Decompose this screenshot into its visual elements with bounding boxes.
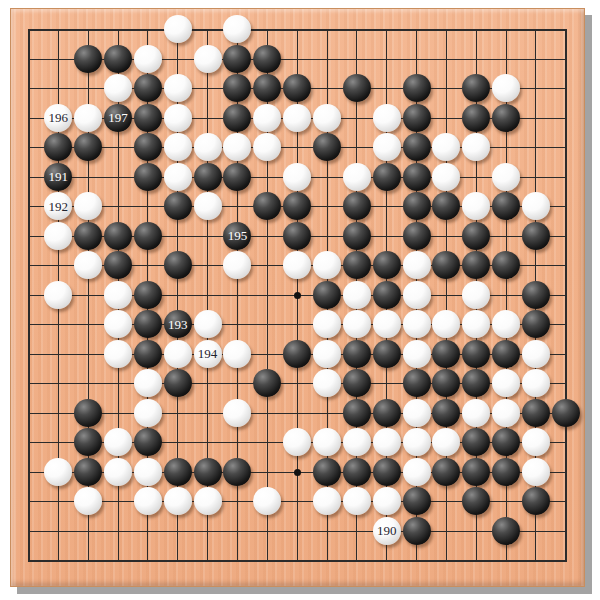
stone-black[interactable] [223,104,251,132]
stone-white[interactable] [373,428,401,456]
stone-black[interactable] [432,369,460,397]
stone-white[interactable] [194,310,222,338]
stone-black[interactable] [432,251,460,279]
stone-white[interactable] [134,369,162,397]
stone-white[interactable] [432,163,460,191]
grid-line-vertical [565,29,567,562]
stone-white[interactable] [44,222,72,250]
star-point [294,469,301,476]
stone-white[interactable] [313,428,341,456]
go-board[interactable]: 196197191192195193194190 [0,0,600,600]
stone-black[interactable] [492,192,520,220]
stone-black[interactable] [522,222,550,250]
stone-white[interactable] [313,340,341,368]
stone-white[interactable] [313,251,341,279]
stone-black[interactable] [283,222,311,250]
stone-black[interactable] [403,517,431,545]
stone-black[interactable] [134,104,162,132]
star-point [294,292,301,299]
stone-black[interactable] [522,310,550,338]
stone-black[interactable] [283,74,311,102]
stone-black[interactable] [343,340,371,368]
stone-white[interactable] [74,251,102,279]
stone-white[interactable] [343,487,371,515]
stone-black[interactable] [373,163,401,191]
stone-black[interactable] [134,163,162,191]
move-number-label: 193 [168,318,188,331]
stone-black[interactable] [253,74,281,102]
stone-black[interactable] [522,281,550,309]
stone-black[interactable] [492,251,520,279]
stone-white[interactable] [492,399,520,427]
stone-black[interactable] [283,192,311,220]
page-background: 196197191192195193194190 [0,0,600,600]
stone-white-move-196[interactable]: 196 [44,104,72,132]
move-number-label: 196 [49,111,69,124]
stone-white[interactable] [313,369,341,397]
stone-black[interactable] [343,458,371,486]
stone-white[interactable] [104,74,132,102]
stone-white[interactable] [44,281,72,309]
stone-white[interactable] [522,369,550,397]
stone-white[interactable] [343,281,371,309]
stone-black[interactable] [403,192,431,220]
stone-black[interactable] [432,192,460,220]
stone-black[interactable] [44,133,72,161]
stone-white[interactable] [343,163,371,191]
stone-white[interactable] [74,192,102,220]
stone-black[interactable] [373,251,401,279]
stone-white[interactable] [432,133,460,161]
stone-white[interactable] [164,74,192,102]
stone-black[interactable] [462,458,490,486]
stone-white[interactable] [283,104,311,132]
stone-black[interactable] [313,133,341,161]
stone-black[interactable] [462,340,490,368]
stone-black[interactable] [343,74,371,102]
stone-white[interactable] [373,104,401,132]
stone-white[interactable] [74,104,102,132]
stone-white[interactable] [462,192,490,220]
stone-black[interactable] [462,222,490,250]
stone-black[interactable] [253,192,281,220]
stone-black[interactable] [134,133,162,161]
stone-black[interactable] [403,163,431,191]
stone-white[interactable] [223,15,251,43]
stone-white[interactable] [253,104,281,132]
stone-white[interactable] [164,133,192,161]
stone-white[interactable] [403,428,431,456]
stone-black[interactable] [432,399,460,427]
stone-black[interactable] [343,222,371,250]
stone-black[interactable] [134,281,162,309]
stone-black[interactable] [373,281,401,309]
stone-black[interactable] [373,340,401,368]
stone-white[interactable] [164,104,192,132]
stone-black[interactable] [134,340,162,368]
stone-black-move-193[interactable]: 193 [164,310,192,338]
stone-black[interactable] [492,517,520,545]
stone-black[interactable] [432,340,460,368]
stone-white[interactable] [403,251,431,279]
stone-black[interactable] [164,458,192,486]
stone-black[interactable] [522,399,550,427]
stone-white-move-190[interactable]: 190 [373,517,401,545]
stone-white[interactable] [492,163,520,191]
stone-white[interactable] [492,74,520,102]
move-number-label: 194 [198,347,218,360]
stone-black[interactable] [223,458,251,486]
stone-black[interactable] [403,104,431,132]
stone-white[interactable] [373,487,401,515]
stone-white[interactable] [194,487,222,515]
stone-white[interactable] [492,310,520,338]
stone-black[interactable] [522,487,550,515]
stone-black[interactable] [74,45,102,73]
stone-black[interactable] [492,340,520,368]
stone-black[interactable] [253,45,281,73]
stone-white[interactable] [432,428,460,456]
stone-black[interactable] [432,458,460,486]
stone-black[interactable] [373,458,401,486]
stone-black[interactable] [552,399,580,427]
move-number-label: 190 [377,524,397,537]
stone-black[interactable] [74,399,102,427]
stone-black[interactable] [74,133,102,161]
stone-white[interactable] [223,340,251,368]
stone-black[interactable] [373,399,401,427]
stone-black[interactable] [462,369,490,397]
stone-black[interactable] [104,45,132,73]
stone-white[interactable] [253,487,281,515]
stone-white[interactable] [343,428,371,456]
stone-white[interactable] [432,310,460,338]
stone-white[interactable] [134,458,162,486]
stone-black[interactable] [134,310,162,338]
stone-black[interactable] [223,45,251,73]
stone-white[interactable] [164,15,192,43]
stone-white[interactable] [462,310,490,338]
stone-white-move-192[interactable]: 192 [44,192,72,220]
stone-white[interactable] [313,487,341,515]
stone-black[interactable] [74,222,102,250]
stone-white[interactable] [223,133,251,161]
stone-white[interactable] [223,399,251,427]
stone-white[interactable] [313,310,341,338]
stone-black[interactable] [403,369,431,397]
stone-white[interactable] [104,340,132,368]
stone-black[interactable] [164,192,192,220]
stone-white[interactable] [134,399,162,427]
stone-black[interactable] [253,369,281,397]
move-number-label: 195 [228,229,248,242]
stone-white[interactable] [104,458,132,486]
stone-white[interactable] [462,281,490,309]
stone-white[interactable] [164,340,192,368]
stone-white[interactable] [522,340,550,368]
stone-black[interactable] [194,163,222,191]
stone-white[interactable] [44,458,72,486]
stone-black[interactable] [134,74,162,102]
stone-white[interactable] [164,163,192,191]
stone-black[interactable] [164,369,192,397]
stone-black[interactable] [343,369,371,397]
stone-white[interactable] [164,487,192,515]
stone-black[interactable] [313,458,341,486]
stone-white[interactable] [104,281,132,309]
stone-white[interactable] [373,133,401,161]
stone-white[interactable] [313,104,341,132]
stone-black[interactable] [164,251,192,279]
stone-white[interactable] [194,45,222,73]
stone-black[interactable] [283,340,311,368]
stone-black[interactable] [462,74,490,102]
move-number-label: 197 [108,111,128,124]
stone-black[interactable] [74,428,102,456]
stone-white[interactable] [343,310,371,338]
stone-white[interactable] [522,192,550,220]
move-number-label: 192 [49,200,69,213]
stone-black[interactable] [74,458,102,486]
stone-black[interactable] [194,458,222,486]
stone-black-move-191[interactable]: 191 [44,163,72,191]
stone-white-move-194[interactable]: 194 [194,340,222,368]
stone-black[interactable] [343,251,371,279]
stone-black[interactable] [313,281,341,309]
stone-black[interactable] [403,133,431,161]
stone-white[interactable] [104,428,132,456]
stone-black[interactable] [403,222,431,250]
stone-black[interactable] [104,222,132,250]
stone-white[interactable] [253,133,281,161]
grid-line-vertical [28,29,30,562]
stone-black[interactable] [343,192,371,220]
stone-black[interactable] [492,428,520,456]
stone-white[interactable] [403,399,431,427]
stone-black[interactable] [223,74,251,102]
stone-black[interactable] [343,399,371,427]
move-number-label: 191 [49,170,69,183]
stone-white[interactable] [194,192,222,220]
stone-black[interactable] [134,222,162,250]
stone-white[interactable] [373,310,401,338]
stone-white[interactable] [134,487,162,515]
stone-white[interactable] [522,428,550,456]
stone-white[interactable] [492,369,520,397]
stone-black[interactable] [462,251,490,279]
stone-white[interactable] [134,45,162,73]
stone-black[interactable] [104,251,132,279]
stone-black[interactable] [223,163,251,191]
stone-black[interactable] [403,487,431,515]
stone-white[interactable] [283,251,311,279]
stone-white[interactable] [403,310,431,338]
stone-white[interactable] [223,251,251,279]
stone-black[interactable] [462,487,490,515]
stone-black[interactable] [462,428,490,456]
stone-white[interactable] [403,281,431,309]
stone-black-move-195[interactable]: 195 [223,222,251,250]
stone-white[interactable] [283,163,311,191]
stone-black[interactable] [403,74,431,102]
stone-white[interactable] [522,458,550,486]
stone-white[interactable] [403,458,431,486]
stone-white[interactable] [194,133,222,161]
stone-black[interactable] [492,104,520,132]
stone-white[interactable] [403,340,431,368]
stone-white[interactable] [462,399,490,427]
stone-white[interactable] [462,133,490,161]
stone-white[interactable] [74,487,102,515]
stone-white[interactable] [104,310,132,338]
stone-black-move-197[interactable]: 197 [104,104,132,132]
stone-black[interactable] [134,428,162,456]
stone-black[interactable] [492,458,520,486]
stone-black[interactable] [462,104,490,132]
stone-white[interactable] [283,428,311,456]
